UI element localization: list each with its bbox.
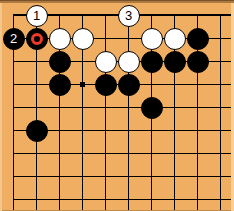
board-cell xyxy=(186,27,209,50)
board-cell xyxy=(163,27,186,50)
circle-marker-icon xyxy=(31,33,43,45)
board-cell xyxy=(209,27,232,50)
board-cell xyxy=(25,27,48,50)
board-cell xyxy=(71,27,94,50)
board-cell xyxy=(94,50,117,73)
board-cell xyxy=(2,188,25,211)
board-cell xyxy=(71,73,94,96)
board-cell xyxy=(209,50,232,73)
board-cell xyxy=(163,73,186,96)
board-cell xyxy=(117,165,140,188)
board-cell xyxy=(48,50,71,73)
board-top-bevel xyxy=(0,0,234,3)
board-cell xyxy=(94,188,117,211)
board-cell xyxy=(94,4,117,27)
board-cell xyxy=(71,165,94,188)
go-board-grid: 132 xyxy=(2,4,232,211)
board-cell xyxy=(140,50,163,73)
board-cell xyxy=(140,96,163,119)
board-cell xyxy=(48,73,71,96)
board-cell xyxy=(209,96,232,119)
board-cell xyxy=(2,142,25,165)
board-cell xyxy=(71,142,94,165)
board-cell xyxy=(25,96,48,119)
board-cell xyxy=(140,142,163,165)
white-stone: 1 xyxy=(26,5,48,27)
board-cell xyxy=(163,4,186,27)
black-stone xyxy=(187,28,209,50)
board-cell xyxy=(48,4,71,27)
board-cell xyxy=(2,73,25,96)
go-diagram: 132 xyxy=(0,0,234,211)
move-number-label: 2 xyxy=(10,28,17,50)
board-cell xyxy=(117,142,140,165)
white-stone xyxy=(164,28,186,50)
board-cell xyxy=(209,119,232,142)
move-number-label: 1 xyxy=(33,5,40,27)
board-cell xyxy=(186,142,209,165)
black-stone xyxy=(164,51,186,73)
board-cell xyxy=(209,142,232,165)
black-stone xyxy=(49,74,71,96)
white-stone xyxy=(118,51,140,73)
board-cell xyxy=(163,142,186,165)
black-stone xyxy=(118,74,140,96)
board-cell xyxy=(94,119,117,142)
board-cell xyxy=(163,119,186,142)
white-stone xyxy=(95,51,117,73)
board-cell xyxy=(48,142,71,165)
move-number-label: 3 xyxy=(125,5,132,27)
white-stone xyxy=(49,28,71,50)
board-cell xyxy=(163,188,186,211)
board-cell: 2 xyxy=(2,27,25,50)
board-cell xyxy=(163,165,186,188)
board-cell xyxy=(25,165,48,188)
board-cell xyxy=(94,96,117,119)
black-stone xyxy=(141,51,163,73)
board-cell xyxy=(209,73,232,96)
board-cell xyxy=(186,50,209,73)
black-stone xyxy=(26,28,48,50)
board-cell xyxy=(140,165,163,188)
board-cell xyxy=(186,188,209,211)
board-cell xyxy=(163,96,186,119)
board-cell xyxy=(25,119,48,142)
board-cell xyxy=(48,27,71,50)
board-cell xyxy=(186,165,209,188)
board-cell xyxy=(140,73,163,96)
star-point xyxy=(80,82,85,87)
board-cell xyxy=(163,50,186,73)
board-cell: 1 xyxy=(25,4,48,27)
board-cell xyxy=(140,27,163,50)
board-cell xyxy=(140,4,163,27)
board-cell xyxy=(2,165,25,188)
board-cell xyxy=(48,188,71,211)
board-cell xyxy=(94,27,117,50)
black-stone xyxy=(49,51,71,73)
board-cell xyxy=(117,27,140,50)
board-cell xyxy=(2,119,25,142)
white-stone xyxy=(141,28,163,50)
board-cell xyxy=(48,165,71,188)
black-stone: 2 xyxy=(3,28,25,50)
black-stone xyxy=(141,97,163,119)
board-cell xyxy=(209,165,232,188)
board-cell xyxy=(25,142,48,165)
board-cell xyxy=(48,96,71,119)
black-stone xyxy=(26,120,48,142)
board-cell xyxy=(25,50,48,73)
black-stone xyxy=(187,51,209,73)
board-cell xyxy=(209,4,232,27)
board-cell xyxy=(186,119,209,142)
board-bottom-edge xyxy=(0,210,234,211)
board-cell xyxy=(186,4,209,27)
board-cell xyxy=(71,4,94,27)
board-left-bevel xyxy=(0,3,2,211)
board-cell xyxy=(117,188,140,211)
board-cell xyxy=(2,50,25,73)
board-cell xyxy=(71,96,94,119)
board-cell xyxy=(2,96,25,119)
board-cell xyxy=(94,73,117,96)
board-cell xyxy=(140,188,163,211)
board-cell xyxy=(94,165,117,188)
board-right-bevel xyxy=(231,3,234,211)
board-cell xyxy=(71,50,94,73)
board-cell xyxy=(117,96,140,119)
board-cell xyxy=(140,119,163,142)
board-cell xyxy=(71,119,94,142)
board-cell xyxy=(117,119,140,142)
board-cell xyxy=(117,73,140,96)
board-cell xyxy=(25,73,48,96)
board-cell xyxy=(2,4,25,27)
board-cell xyxy=(71,188,94,211)
white-stone xyxy=(72,28,94,50)
board-cell xyxy=(117,50,140,73)
board-cell xyxy=(186,73,209,96)
white-stone: 3 xyxy=(118,5,140,27)
board-cell xyxy=(209,188,232,211)
black-stone xyxy=(95,74,117,96)
board-cell xyxy=(48,119,71,142)
board-cell xyxy=(186,96,209,119)
board-cell xyxy=(25,188,48,211)
board-cell: 3 xyxy=(117,4,140,27)
board-cell xyxy=(94,142,117,165)
